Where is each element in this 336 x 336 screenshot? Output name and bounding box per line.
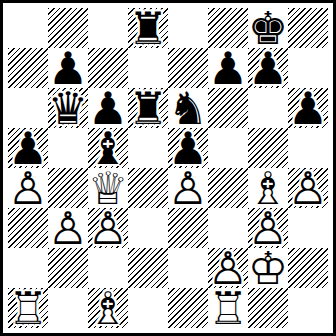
square-d2[interactable] <box>128 248 168 288</box>
square-g1[interactable] <box>248 288 288 328</box>
square-a1[interactable]: ♜♖ <box>8 288 48 328</box>
square-h1[interactable] <box>288 288 328 328</box>
square-b3[interactable]: ♟♙ <box>48 208 88 248</box>
square-c8[interactable] <box>88 8 128 48</box>
square-d6[interactable]: ♜♜ <box>128 88 168 128</box>
piece-white-pawn-a4[interactable]: ♙ <box>8 168 48 208</box>
piece-white-pawn-e4[interactable]: ♙ <box>168 168 208 208</box>
square-d3[interactable] <box>128 208 168 248</box>
square-e8[interactable] <box>168 8 208 48</box>
piece-black-rook-d8[interactable]: ♜ <box>128 8 168 48</box>
square-h2[interactable] <box>288 248 328 288</box>
square-c3[interactable]: ♟♙ <box>88 208 128 248</box>
square-e1[interactable] <box>168 288 208 328</box>
square-d4[interactable] <box>128 168 168 208</box>
piece-white-rook-a1[interactable]: ♖ <box>8 288 48 328</box>
square-h4[interactable]: ♟♙ <box>288 168 328 208</box>
square-d1[interactable] <box>128 288 168 328</box>
square-e4[interactable]: ♟♙ <box>168 168 208 208</box>
chess-board: ♜♜♚♚♟♟♟♟♟♟♛♛♟♟♜♜♞♞♟♟♟♟♝♝♟♟♟♙♛♕♟♙♝♗♟♙♟♙♟♙… <box>8 8 328 328</box>
square-a3[interactable] <box>8 208 48 248</box>
square-f1[interactable]: ♜♖ <box>208 288 248 328</box>
square-b5[interactable] <box>48 128 88 168</box>
piece-black-pawn-g7[interactable]: ♟ <box>248 48 288 88</box>
square-g6[interactable] <box>248 88 288 128</box>
piece-black-queen-b6[interactable]: ♛ <box>48 88 88 128</box>
square-a7[interactable] <box>8 48 48 88</box>
square-g2[interactable]: ♚♔ <box>248 248 288 288</box>
square-d5[interactable] <box>128 128 168 168</box>
square-a4[interactable]: ♟♙ <box>8 168 48 208</box>
piece-white-king-g2[interactable]: ♔ <box>248 248 288 288</box>
piece-black-pawn-h6[interactable]: ♟ <box>288 88 328 128</box>
piece-black-rook-d6[interactable]: ♜ <box>128 88 168 128</box>
square-f4[interactable] <box>208 168 248 208</box>
square-h6[interactable]: ♟♟ <box>288 88 328 128</box>
square-h3[interactable] <box>288 208 328 248</box>
square-e3[interactable] <box>168 208 208 248</box>
square-f7[interactable]: ♟♟ <box>208 48 248 88</box>
square-b1[interactable] <box>48 288 88 328</box>
square-a8[interactable] <box>8 8 48 48</box>
square-f5[interactable] <box>208 128 248 168</box>
piece-white-pawn-c3[interactable]: ♙ <box>88 208 128 248</box>
piece-white-pawn-h4[interactable]: ♙ <box>288 168 328 208</box>
square-b2[interactable] <box>48 248 88 288</box>
square-e2[interactable] <box>168 248 208 288</box>
square-c1[interactable]: ♝♗ <box>88 288 128 328</box>
square-g7[interactable]: ♟♟ <box>248 48 288 88</box>
square-f6[interactable] <box>208 88 248 128</box>
square-h8[interactable] <box>288 8 328 48</box>
piece-white-bishop-c1[interactable]: ♗ <box>88 288 128 328</box>
square-d8[interactable]: ♜♜ <box>128 8 168 48</box>
diagram-frame: ♜♜♚♚♟♟♟♟♟♟♛♛♟♟♜♜♞♞♟♟♟♟♝♝♟♟♟♙♛♕♟♙♝♗♟♙♟♙♟♙… <box>0 0 336 336</box>
piece-white-rook-f1[interactable]: ♖ <box>208 288 248 328</box>
piece-white-pawn-b3[interactable]: ♙ <box>48 208 88 248</box>
piece-black-pawn-f7[interactable]: ♟ <box>208 48 248 88</box>
square-b6[interactable]: ♛♛ <box>48 88 88 128</box>
